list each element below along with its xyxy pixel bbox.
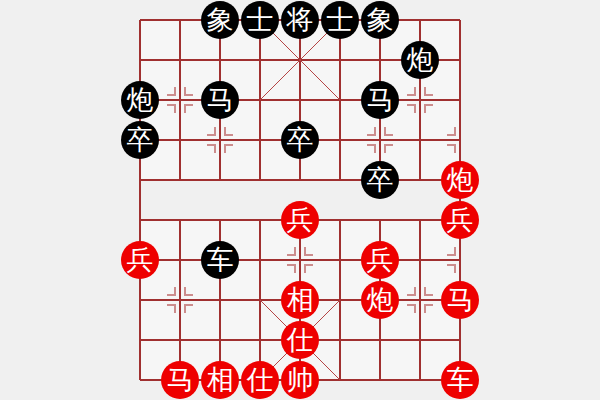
piece-black-pawn[interactable]: 卒 bbox=[121, 121, 159, 159]
piece-black-cannon[interactable]: 炮 bbox=[121, 81, 159, 119]
piece-red-horse[interactable]: 马 bbox=[161, 361, 199, 399]
piece-black-cannon[interactable]: 炮 bbox=[401, 41, 439, 79]
piece-black-pawn[interactable]: 卒 bbox=[281, 121, 319, 159]
piece-red-advisor[interactable]: 仕 bbox=[241, 361, 279, 399]
piece-red-cannon[interactable]: 炮 bbox=[361, 281, 399, 319]
piece-black-horse[interactable]: 马 bbox=[361, 81, 399, 119]
board-grid[interactable]: 象士将士象炮炮马马卒卒卒炮兵兵兵车兵相炮马仕马相仕帅车 bbox=[120, 0, 480, 400]
piece-black-horse[interactable]: 马 bbox=[201, 81, 239, 119]
piece-red-elephant[interactable]: 相 bbox=[201, 361, 239, 399]
piece-black-advisor[interactable]: 士 bbox=[241, 1, 279, 39]
piece-red-advisor[interactable]: 仕 bbox=[281, 321, 319, 359]
piece-red-chariot[interactable]: 车 bbox=[441, 361, 479, 399]
piece-red-cannon[interactable]: 炮 bbox=[441, 161, 479, 199]
piece-black-advisor[interactable]: 士 bbox=[321, 1, 359, 39]
piece-red-general[interactable]: 帅 bbox=[281, 361, 319, 399]
piece-red-horse[interactable]: 马 bbox=[441, 281, 479, 319]
piece-black-chariot[interactable]: 车 bbox=[201, 241, 239, 279]
piece-red-pawn[interactable]: 兵 bbox=[121, 241, 159, 279]
piece-red-pawn[interactable]: 兵 bbox=[361, 241, 399, 279]
piece-black-elephant[interactable]: 象 bbox=[361, 1, 399, 39]
piece-red-elephant[interactable]: 相 bbox=[281, 281, 319, 319]
piece-black-elephant[interactable]: 象 bbox=[201, 1, 239, 39]
piece-black-general[interactable]: 将 bbox=[281, 1, 319, 39]
xiangqi-board-viewer: 象士将士象炮炮马马卒卒卒炮兵兵兵车兵相炮马仕马相仕帅车 bbox=[0, 0, 600, 400]
piece-red-pawn[interactable]: 兵 bbox=[441, 201, 479, 239]
piece-red-pawn[interactable]: 兵 bbox=[281, 201, 319, 239]
piece-black-pawn[interactable]: 卒 bbox=[361, 161, 399, 199]
